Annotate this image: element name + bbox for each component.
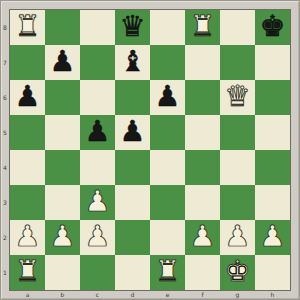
square-h8[interactable]: ♚ (255, 10, 290, 45)
piece-white-pawn[interactable]: ♟ (225, 222, 251, 251)
square-h2[interactable]: ♟ (255, 220, 290, 255)
square-c8[interactable] (80, 10, 115, 45)
piece-white-pawn[interactable]: ♟ (85, 187, 111, 216)
square-d7[interactable]: ♝ (115, 45, 150, 80)
square-f1[interactable] (185, 255, 220, 290)
chess-board: ♜♛♜♚♟♝♟♟♛♟♟♟♟♟♟♟♟♟♜♜♚ (9, 9, 291, 291)
piece-black-king[interactable]: ♚ (260, 12, 286, 41)
square-e1[interactable]: ♜ (150, 255, 185, 290)
piece-white-pawn[interactable]: ♟ (15, 222, 41, 251)
rank-label-5: 5 (1, 115, 9, 150)
file-label-h: h (255, 291, 290, 299)
piece-white-rook[interactable]: ♜ (15, 257, 41, 286)
piece-black-pawn[interactable]: ♟ (120, 117, 146, 146)
file-label-b: b (45, 291, 80, 299)
square-f6[interactable] (185, 80, 220, 115)
square-h6[interactable] (255, 80, 290, 115)
rank-label-8: 8 (1, 10, 9, 45)
square-a4[interactable] (10, 150, 45, 185)
square-f8[interactable]: ♜ (185, 10, 220, 45)
square-d6[interactable] (115, 80, 150, 115)
file-label-c: c (80, 291, 115, 299)
square-a1[interactable]: ♜ (10, 255, 45, 290)
piece-white-rook[interactable]: ♜ (15, 12, 41, 41)
square-g6[interactable]: ♛ (220, 80, 255, 115)
square-h4[interactable] (255, 150, 290, 185)
file-label-d: d (115, 291, 150, 299)
square-e8[interactable] (150, 10, 185, 45)
piece-black-pawn[interactable]: ♟ (155, 82, 181, 111)
square-f7[interactable] (185, 45, 220, 80)
file-label-g: g (220, 291, 255, 299)
square-b4[interactable] (45, 150, 80, 185)
piece-white-pawn[interactable]: ♟ (85, 222, 111, 251)
piece-white-queen[interactable]: ♛ (225, 82, 251, 111)
square-c5[interactable]: ♟ (80, 115, 115, 150)
chess-board-frame: ♜♛♜♚♟♝♟♟♛♟♟♟♟♟♟♟♟♟♜♜♚ 87654321 abcdefgh (0, 0, 300, 300)
rank-label-4: 4 (1, 150, 9, 185)
square-c1[interactable] (80, 255, 115, 290)
square-g7[interactable] (220, 45, 255, 80)
square-d2[interactable] (115, 220, 150, 255)
piece-black-pawn[interactable]: ♟ (50, 47, 76, 76)
square-a3[interactable] (10, 185, 45, 220)
square-g5[interactable] (220, 115, 255, 150)
square-g2[interactable]: ♟ (220, 220, 255, 255)
square-g3[interactable] (220, 185, 255, 220)
square-d8[interactable]: ♛ (115, 10, 150, 45)
square-d1[interactable] (115, 255, 150, 290)
square-c4[interactable] (80, 150, 115, 185)
rank-label-1: 1 (1, 255, 9, 290)
square-g1[interactable]: ♚ (220, 255, 255, 290)
piece-black-pawn[interactable]: ♟ (15, 82, 41, 111)
piece-white-king[interactable]: ♚ (225, 257, 251, 286)
rank-label-6: 6 (1, 80, 9, 115)
square-h5[interactable] (255, 115, 290, 150)
square-f2[interactable]: ♟ (185, 220, 220, 255)
square-a2[interactable]: ♟ (10, 220, 45, 255)
rank-label-3: 3 (1, 185, 9, 220)
square-e2[interactable] (150, 220, 185, 255)
square-b1[interactable] (45, 255, 80, 290)
square-f5[interactable] (185, 115, 220, 150)
file-label-f: f (185, 291, 220, 299)
rank-label-7: 7 (1, 45, 9, 80)
file-label-e: e (150, 291, 185, 299)
square-d4[interactable] (115, 150, 150, 185)
piece-black-pawn[interactable]: ♟ (85, 117, 111, 146)
square-a5[interactable] (10, 115, 45, 150)
square-b8[interactable] (45, 10, 80, 45)
square-h7[interactable] (255, 45, 290, 80)
piece-white-rook[interactable]: ♜ (155, 257, 181, 286)
square-e6[interactable]: ♟ (150, 80, 185, 115)
square-d5[interactable]: ♟ (115, 115, 150, 150)
piece-white-pawn[interactable]: ♟ (190, 222, 216, 251)
file-label-a: a (10, 291, 45, 299)
square-e7[interactable] (150, 45, 185, 80)
square-c3[interactable]: ♟ (80, 185, 115, 220)
square-b3[interactable] (45, 185, 80, 220)
square-e4[interactable] (150, 150, 185, 185)
piece-black-bishop[interactable]: ♝ (120, 47, 146, 76)
square-f4[interactable] (185, 150, 220, 185)
file-labels: abcdefgh (10, 291, 290, 299)
square-b7[interactable]: ♟ (45, 45, 80, 80)
square-c2[interactable]: ♟ (80, 220, 115, 255)
square-g8[interactable] (220, 10, 255, 45)
square-c6[interactable] (80, 80, 115, 115)
rank-labels: 87654321 (1, 10, 9, 290)
square-b6[interactable] (45, 80, 80, 115)
rank-label-2: 2 (1, 220, 9, 255)
square-h3[interactable] (255, 185, 290, 220)
square-g4[interactable] (220, 150, 255, 185)
square-b2[interactable]: ♟ (45, 220, 80, 255)
piece-white-pawn[interactable]: ♟ (50, 222, 76, 251)
square-f3[interactable] (185, 185, 220, 220)
square-h1[interactable] (255, 255, 290, 290)
square-a6[interactable]: ♟ (10, 80, 45, 115)
piece-white-rook[interactable]: ♜ (190, 12, 216, 41)
square-a8[interactable]: ♜ (10, 10, 45, 45)
square-e5[interactable] (150, 115, 185, 150)
square-d3[interactable] (115, 185, 150, 220)
piece-white-pawn[interactable]: ♟ (260, 222, 286, 251)
square-c7[interactable] (80, 45, 115, 80)
square-e3[interactable] (150, 185, 185, 220)
piece-black-queen[interactable]: ♛ (120, 12, 146, 41)
square-a7[interactable] (10, 45, 45, 80)
square-b5[interactable] (45, 115, 80, 150)
